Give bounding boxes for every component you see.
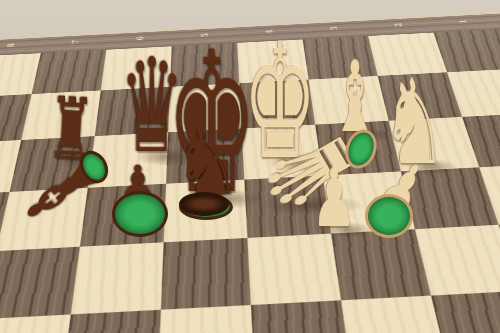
pieces-layer: ♜♛♚♞♝♟♚♝♞♟♛♟	[0, 0, 500, 333]
chess-set-photo: 87654321 ♜♛♚♞♝♟♚♝♞♟♛♟	[0, 0, 500, 333]
felt-base	[112, 191, 168, 237]
piece-light-pawn-standing[interactable]: ♟	[311, 158, 356, 239]
piece-base-wood	[179, 192, 229, 216]
felt-base	[365, 194, 413, 238]
